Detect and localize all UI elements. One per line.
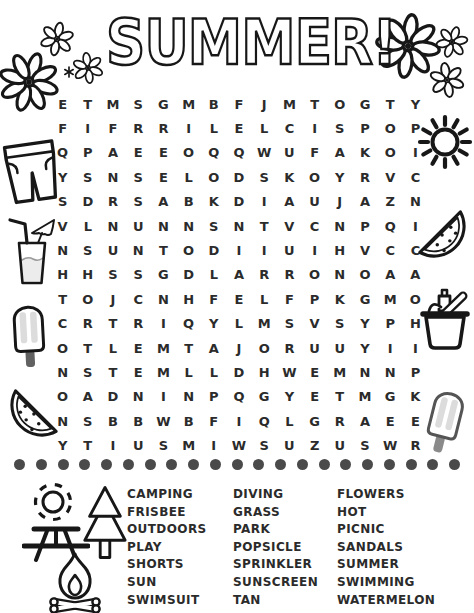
grid-cell-r8c11[interactable]: O xyxy=(302,263,327,287)
watermelon-slice-icon xyxy=(2,384,60,448)
grid-cell-r14c8[interactable]: I xyxy=(226,409,251,433)
grid-cell-r12c3[interactable]: T xyxy=(100,360,125,384)
grid-cell-r13c11[interactable]: E xyxy=(302,385,327,409)
grid-cell-r14c10[interactable]: L xyxy=(277,409,302,433)
grid-cell-r7c6[interactable]: O xyxy=(176,238,201,262)
grid-cell-r8c3[interactable]: S xyxy=(100,263,125,287)
word-list-item: SPRINKLER xyxy=(233,556,318,574)
grid-cell-r12c4[interactable]: E xyxy=(126,360,151,384)
grid-cell-r14c14[interactable]: E xyxy=(378,409,403,433)
dotted-separator xyxy=(14,459,460,470)
word-list-item: SANDALS xyxy=(337,539,435,557)
grid-cell-r8c13[interactable]: O xyxy=(352,263,377,287)
grid-cell-r1c10[interactable]: M xyxy=(277,92,302,116)
grid-cell-r10c6[interactable]: Q xyxy=(176,312,201,336)
grid-cell-r9c9[interactable]: L xyxy=(252,287,277,311)
grid-cell-r5c13[interactable]: A xyxy=(352,190,377,214)
grid-cell-r10c4[interactable]: R xyxy=(126,312,151,336)
word-list-item: PICNIC xyxy=(337,521,435,539)
grid-cell-r15c6[interactable]: M xyxy=(176,434,201,458)
grid-cell-r14c6[interactable]: B xyxy=(176,409,201,433)
grid-cell-r7c3[interactable]: U xyxy=(100,238,125,262)
grid-cell-r9c5[interactable]: N xyxy=(151,287,176,311)
grid-cell-r13c9[interactable]: G xyxy=(252,385,277,409)
grid-cell-r7c11[interactable]: I xyxy=(302,238,327,262)
separator-dot xyxy=(58,459,69,470)
word-list-item: TAN xyxy=(233,592,318,610)
grid-cell-r10c5[interactable]: I xyxy=(151,312,176,336)
grid-cell-r5c12[interactable]: J xyxy=(327,190,352,214)
grid-cell-r15c13[interactable]: S xyxy=(352,434,377,458)
grid-cell-r11c12[interactable]: U xyxy=(327,336,352,360)
grid-cell-r11c4[interactable]: E xyxy=(126,336,151,360)
separator-dot xyxy=(253,459,264,470)
grid-cell-r10c10[interactable]: S xyxy=(277,312,302,336)
grid-cell-r3c13[interactable]: K xyxy=(352,141,377,165)
grid-cell-r4c14[interactable]: V xyxy=(378,165,403,189)
grid-cell-r2c8[interactable]: E xyxy=(226,116,251,140)
grid-cell-r1c8[interactable]: F xyxy=(226,92,251,116)
grid-cell-r8c6[interactable]: D xyxy=(176,263,201,287)
separator-dot xyxy=(188,459,199,470)
grid-cell-r4c5[interactable]: E xyxy=(151,165,176,189)
grid-cell-r11c9[interactable]: O xyxy=(252,336,277,360)
word-list-item: FRISBEE xyxy=(127,504,207,522)
grid-cell-r1c14[interactable]: T xyxy=(378,92,403,116)
grid-cell-r15c7[interactable]: I xyxy=(201,434,226,458)
grid-cell-r7c8[interactable]: I xyxy=(226,238,251,262)
grid-cell-r13c5[interactable]: I xyxy=(151,385,176,409)
grid-cell-r9c14[interactable]: M xyxy=(378,287,403,311)
grid-cell-r5c4[interactable]: S xyxy=(126,190,151,214)
grid-cell-r11c14[interactable]: I xyxy=(378,336,403,360)
grid-cell-r11c1[interactable]: O xyxy=(50,336,75,360)
grid-cell-r11c6[interactable]: T xyxy=(176,336,201,360)
separator-dot xyxy=(210,459,221,470)
grid-cell-r11c3[interactable]: L xyxy=(100,336,125,360)
separator-dot xyxy=(384,459,395,470)
grid-cell-r13c6[interactable]: N xyxy=(176,385,201,409)
grid-cell-r2c2[interactable]: I xyxy=(75,116,100,140)
grid-cell-r3c12[interactable]: A xyxy=(327,141,352,165)
grid-cell-r4c13[interactable]: R xyxy=(352,165,377,189)
grid-cell-r5c10[interactable]: A xyxy=(277,190,302,214)
grid-cell-r7c12[interactable]: H xyxy=(327,238,352,262)
grid-cell-r13c13[interactable]: M xyxy=(352,385,377,409)
grid-cell-r13c8[interactable]: Q xyxy=(226,385,251,409)
grid-cell-r12c2[interactable]: S xyxy=(75,360,100,384)
grid-cell-r2c10[interactable]: C xyxy=(277,116,302,140)
grid-cell-r1c6[interactable]: M xyxy=(176,92,201,116)
grid-cell-r14c3[interactable]: B xyxy=(100,409,125,433)
separator-dot xyxy=(406,459,417,470)
grid-cell-r5c9[interactable]: I xyxy=(252,190,277,214)
word-list-item: FLOWERS xyxy=(337,486,435,504)
grid-cell-r1c13[interactable]: G xyxy=(352,92,377,116)
word-list-item: WATERMELON xyxy=(337,592,435,610)
grid-cell-r6c10[interactable]: V xyxy=(277,214,302,238)
separator-dot xyxy=(319,459,330,470)
grid-cell-r14c4[interactable]: B xyxy=(126,409,151,433)
grid-cell-r6c5[interactable]: N xyxy=(151,214,176,238)
grid-cell-r7c10[interactable]: U xyxy=(277,238,302,262)
grid-cell-r6c14[interactable]: Q xyxy=(378,214,403,238)
grid-cell-r2c11[interactable]: I xyxy=(302,116,327,140)
grid-cell-r9c8[interactable]: E xyxy=(226,287,251,311)
puzzle-title: SUMMER! xyxy=(106,10,370,75)
grid-cell-r10c12[interactable]: S xyxy=(327,312,352,336)
word-list-item: SWIMMING xyxy=(337,574,435,592)
grid-cell-r14c5[interactable]: W xyxy=(151,409,176,433)
grid-cell-r10c14[interactable]: P xyxy=(378,312,403,336)
grid-cell-r15c9[interactable]: S xyxy=(252,434,277,458)
worksheet-page: SUMMER! ETMSGMBFJMTOGTYFIFRRILELCISPOPQP… xyxy=(0,0,474,613)
grid-cell-r14c13[interactable]: A xyxy=(352,409,377,433)
grid-cell-r7c5[interactable]: T xyxy=(151,238,176,262)
grid-cell-r15c11[interactable]: Z xyxy=(302,434,327,458)
grid-cell-r3c14[interactable]: O xyxy=(378,141,403,165)
grid-cell-r6c2[interactable]: L xyxy=(75,214,100,238)
grid-cell-r2c4[interactable]: R xyxy=(126,116,151,140)
dashed-sun-icon xyxy=(27,481,79,525)
grid-cell-r4c10[interactable]: K xyxy=(277,165,302,189)
grid-cell-r3c6[interactable]: O xyxy=(176,141,201,165)
word-list-item: PLAY xyxy=(127,539,207,557)
grid-cell-r15c14[interactable]: W xyxy=(378,434,403,458)
grid-cell-r7c13[interactable]: V xyxy=(352,238,377,262)
grid-cell-r13c12[interactable]: T xyxy=(327,385,352,409)
word-list-item: CAMPING xyxy=(127,486,207,504)
watermelon-slice-icon xyxy=(416,206,474,268)
word-list-item: SUNSCREEN xyxy=(233,574,318,592)
grid-cell-r11c5[interactable]: M xyxy=(151,336,176,360)
grid-cell-r8c4[interactable]: S xyxy=(126,263,151,287)
grid-cell-r10c11[interactable]: V xyxy=(302,312,327,336)
grid-cell-r10c9[interactable]: M xyxy=(252,312,277,336)
grid-cell-r9c10[interactable]: F xyxy=(277,287,302,311)
grid-cell-r12c5[interactable]: M xyxy=(151,360,176,384)
grid-cell-r12c11[interactable]: E xyxy=(302,360,327,384)
grid-cell-r12c12[interactable]: M xyxy=(327,360,352,384)
grid-cell-r6c9[interactable]: T xyxy=(252,214,277,238)
grid-cell-r6c4[interactable]: U xyxy=(126,214,151,238)
shorts-icon xyxy=(0,132,65,211)
grid-cell-r2c5[interactable]: R xyxy=(151,116,176,140)
grid-cell-r13c2[interactable]: A xyxy=(75,385,100,409)
grid-cell-r14c12[interactable]: R xyxy=(327,409,352,433)
grid-cell-r9c7[interactable]: F xyxy=(201,287,226,311)
grid-cell-r13c14[interactable]: G xyxy=(378,385,403,409)
grid-cell-r8c14[interactable]: A xyxy=(378,263,403,287)
grid-cell-r9c6[interactable]: H xyxy=(176,287,201,311)
grid-cell-r15c8[interactable]: W xyxy=(226,434,251,458)
grid-cell-r1c7[interactable]: B xyxy=(201,92,226,116)
grid-cell-r12c13[interactable]: N xyxy=(352,360,377,384)
grid-cell-r1c4[interactable]: S xyxy=(126,92,151,116)
word-search-grid: ETMSGMBFJMTOGTYFIFRRILELCISPOPQPAEEOQQWU… xyxy=(50,92,428,458)
grid-cell-r4c11[interactable]: O xyxy=(302,165,327,189)
grid-cell-r7c7[interactable]: D xyxy=(201,238,226,262)
grid-cell-r4c2[interactable]: S xyxy=(75,165,100,189)
campfire-icon xyxy=(45,551,105,613)
separator-dot xyxy=(145,459,156,470)
grid-cell-r15c5[interactable]: S xyxy=(151,434,176,458)
grid-cell-r15c3[interactable]: I xyxy=(100,434,125,458)
grid-cell-r1c3[interactable]: M xyxy=(100,92,125,116)
word-list-item: HOT xyxy=(337,504,435,522)
tropical-drink-icon xyxy=(2,212,60,288)
grid-cell-r14c9[interactable]: Q xyxy=(252,409,277,433)
grid-cell-r6c8[interactable]: N xyxy=(226,214,251,238)
picnic-basket-icon xyxy=(417,284,473,352)
separator-dot xyxy=(101,459,112,470)
separator-dot xyxy=(275,459,286,470)
word-list-item: SHORTS xyxy=(127,556,207,574)
grid-cell-r7c9[interactable]: I xyxy=(252,238,277,262)
grid-cell-r5c14[interactable]: Z xyxy=(378,190,403,214)
word-list-item: POPSICLE xyxy=(233,539,318,557)
grid-cell-r1c5[interactable]: G xyxy=(151,92,176,116)
grid-cell-r2c13[interactable]: P xyxy=(352,116,377,140)
grid-cell-r11c11[interactable]: U xyxy=(302,336,327,360)
separator-dot xyxy=(123,459,134,470)
grid-cell-r6c6[interactable]: N xyxy=(176,214,201,238)
grid-cell-r9c2[interactable]: O xyxy=(75,287,100,311)
grid-cell-r9c1[interactable]: T xyxy=(50,287,75,311)
grid-cell-r5c11[interactable]: U xyxy=(302,190,327,214)
grid-cell-r15c10[interactable]: U xyxy=(277,434,302,458)
grid-cell-r4c3[interactable]: N xyxy=(100,165,125,189)
grid-cell-r8c8[interactable]: A xyxy=(226,263,251,287)
separator-dot xyxy=(232,459,243,470)
grid-cell-r9c11[interactable]: P xyxy=(302,287,327,311)
grid-cell-r14c7[interactable]: F xyxy=(201,409,226,433)
grid-cell-r11c10[interactable]: R xyxy=(277,336,302,360)
grid-cell-r15c12[interactable]: U xyxy=(327,434,352,458)
grid-cell-r3c11[interactable]: F xyxy=(302,141,327,165)
grid-cell-r9c3[interactable]: J xyxy=(100,287,125,311)
grid-cell-r4c8[interactable]: D xyxy=(226,165,251,189)
grid-cell-r12c8[interactable]: D xyxy=(226,360,251,384)
grid-cell-r4c6[interactable]: L xyxy=(176,165,201,189)
grid-cell-r8c10[interactable]: R xyxy=(277,263,302,287)
grid-cell-r13c3[interactable]: D xyxy=(100,385,125,409)
word-list-item: SWIMSUIT xyxy=(127,592,207,610)
separator-dot xyxy=(340,459,351,470)
word-list-item: DIVING xyxy=(233,486,318,504)
grid-cell-r14c11[interactable]: G xyxy=(302,409,327,433)
word-list-column-1: CAMPINGFRISBEEOUTDOORSPLAYSHORTSSUNSWIMS… xyxy=(127,486,207,609)
grid-cell-r8c12[interactable]: N xyxy=(327,263,352,287)
grid-cell-r6c7[interactable]: S xyxy=(201,214,226,238)
grid-cell-r2c7[interactable]: L xyxy=(201,116,226,140)
grid-cell-r12c9[interactable]: H xyxy=(252,360,277,384)
grid-cell-r13c4[interactable]: N xyxy=(126,385,151,409)
grid-cell-r11c8[interactable]: J xyxy=(226,336,251,360)
grid-cell-r10c1[interactable]: C xyxy=(50,312,75,336)
grid-cell-r12c10[interactable]: W xyxy=(277,360,302,384)
grid-cell-r6c13[interactable]: P xyxy=(352,214,377,238)
word-list-item: PARK xyxy=(233,521,318,539)
grid-cell-r12c15[interactable]: P xyxy=(403,360,428,384)
grid-cell-r7c14[interactable]: C xyxy=(378,238,403,262)
grid-cell-r3c10[interactable]: U xyxy=(277,141,302,165)
grid-cell-r6c3[interactable]: N xyxy=(100,214,125,238)
grid-cell-r14c2[interactable]: S xyxy=(75,409,100,433)
word-list-column-3: FLOWERSHOTPICNICSANDALSSUMMERSWIMMINGWAT… xyxy=(337,486,435,609)
grid-cell-r3c2[interactable]: P xyxy=(75,141,100,165)
grid-cell-r10c2[interactable]: R xyxy=(75,312,100,336)
grid-cell-r1c1[interactable]: E xyxy=(50,92,75,116)
grid-cell-r9c12[interactable]: K xyxy=(327,287,352,311)
grid-cell-r3c5[interactable]: E xyxy=(151,141,176,165)
grid-cell-r4c4[interactable]: S xyxy=(126,165,151,189)
grid-cell-r1c12[interactable]: O xyxy=(327,92,352,116)
grid-cell-r5c2[interactable]: D xyxy=(75,190,100,214)
grid-cell-r3c8[interactable]: Q xyxy=(226,141,251,165)
grid-cell-r5c6[interactable]: B xyxy=(176,190,201,214)
grid-cell-r9c13[interactable]: G xyxy=(352,287,377,311)
grid-cell-r5c8[interactable]: D xyxy=(226,190,251,214)
grid-cell-r3c9[interactable]: W xyxy=(252,141,277,165)
separator-dot xyxy=(297,459,308,470)
grid-cell-r4c7[interactable]: O xyxy=(201,165,226,189)
separator-dot xyxy=(427,459,438,470)
grid-cell-r3c4[interactable]: E xyxy=(126,141,151,165)
grid-cell-r11c7[interactable]: A xyxy=(201,336,226,360)
separator-dot xyxy=(166,459,177,470)
word-list-item: SUMMER xyxy=(337,556,435,574)
grid-cell-r11c2[interactable]: T xyxy=(75,336,100,360)
grid-cell-r8c7[interactable]: L xyxy=(201,263,226,287)
separator-dot xyxy=(14,459,25,470)
grid-cell-r9c4[interactable]: C xyxy=(126,287,151,311)
grid-cell-r7c4[interactable]: N xyxy=(126,238,151,262)
separator-dot xyxy=(362,459,373,470)
grid-cell-r11c13[interactable]: Y xyxy=(352,336,377,360)
grid-cell-r10c7[interactable]: Y xyxy=(201,312,226,336)
grid-cell-r1c9[interactable]: J xyxy=(252,92,277,116)
word-list-column-2: DIVINGGRASSPARKPOPSICLESPRINKLERSUNSCREE… xyxy=(233,486,318,609)
grid-cell-r3c3[interactable]: A xyxy=(100,141,125,165)
grid-cell-r12c7[interactable]: L xyxy=(201,360,226,384)
grid-cell-r8c5[interactable]: G xyxy=(151,263,176,287)
grid-cell-r2c14[interactable]: O xyxy=(378,116,403,140)
grid-cell-r2c12[interactable]: S xyxy=(327,116,352,140)
word-list-item: OUTDOORS xyxy=(127,521,207,539)
grid-cell-r12c6[interactable]: L xyxy=(176,360,201,384)
grid-cell-r15c4[interactable]: U xyxy=(126,434,151,458)
grid-cell-r12c1[interactable]: N xyxy=(50,360,75,384)
grid-cell-r6c12[interactable]: N xyxy=(327,214,352,238)
grid-cell-r2c9[interactable]: L xyxy=(252,116,277,140)
grid-cell-r8c2[interactable]: H xyxy=(75,263,100,287)
grid-cell-r12c14[interactable]: N xyxy=(378,360,403,384)
sun-icon xyxy=(416,110,474,174)
grid-cell-r15c2[interactable]: T xyxy=(75,434,100,458)
grid-cell-r13c7[interactable]: P xyxy=(201,385,226,409)
separator-dot xyxy=(79,459,90,470)
grid-cell-r3c7[interactable]: Q xyxy=(201,141,226,165)
grid-cell-r10c8[interactable]: L xyxy=(226,312,251,336)
grid-cell-r1c11[interactable]: T xyxy=(302,92,327,116)
grid-cell-r5c3[interactable]: R xyxy=(100,190,125,214)
grid-cell-r4c12[interactable]: Y xyxy=(327,165,352,189)
word-list-item: GRASS xyxy=(233,504,318,522)
grid-cell-r13c10[interactable]: Y xyxy=(277,385,302,409)
word-list-item: SUN xyxy=(127,574,207,592)
grid-cell-r2c6[interactable]: I xyxy=(176,116,201,140)
popsicle-icon xyxy=(4,295,54,373)
grid-cell-r10c13[interactable]: Y xyxy=(352,312,377,336)
separator-dot xyxy=(36,459,47,470)
grid-cell-r7c2[interactable]: S xyxy=(75,238,100,262)
grid-cell-r2c3[interactable]: F xyxy=(100,116,125,140)
grid-cell-r10c3[interactable]: T xyxy=(100,312,125,336)
separator-dot xyxy=(449,459,460,470)
grid-cell-r1c2[interactable]: T xyxy=(75,92,100,116)
grid-cell-r6c11[interactable]: C xyxy=(302,214,327,238)
grid-cell-r8c9[interactable]: R xyxy=(252,263,277,287)
grid-cell-r5c5[interactable]: A xyxy=(151,190,176,214)
grid-cell-r4c9[interactable]: S xyxy=(252,165,277,189)
grid-cell-r5c7[interactable]: K xyxy=(201,190,226,214)
